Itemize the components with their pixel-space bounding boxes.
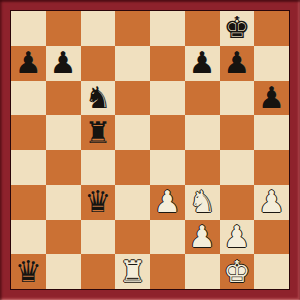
board-frame: ♚♟♟♟♟♞♟♜♛♟♞♟♟♟♛♜♚ — [0, 0, 300, 300]
square-a7[interactable]: ♟ — [11, 46, 46, 81]
square-h1[interactable] — [254, 254, 289, 289]
white-king-g1[interactable]: ♚ — [223, 255, 250, 289]
square-b1[interactable] — [46, 254, 81, 289]
square-b8[interactable] — [46, 11, 81, 46]
square-e1[interactable] — [150, 254, 185, 289]
square-b2[interactable] — [46, 220, 81, 255]
black-rook-c5[interactable]: ♜ — [84, 116, 111, 150]
square-a3[interactable] — [11, 185, 46, 220]
square-d3[interactable] — [115, 185, 150, 220]
square-a5[interactable] — [11, 115, 46, 150]
square-c8[interactable] — [81, 11, 116, 46]
square-h5[interactable] — [254, 115, 289, 150]
square-e8[interactable] — [150, 11, 185, 46]
square-e7[interactable] — [150, 46, 185, 81]
square-b3[interactable] — [46, 185, 81, 220]
square-h6[interactable]: ♟ — [254, 81, 289, 116]
square-c2[interactable] — [81, 220, 116, 255]
square-d6[interactable] — [115, 81, 150, 116]
square-g2[interactable]: ♟ — [220, 220, 255, 255]
black-pawn-b7[interactable]: ♟ — [50, 46, 77, 80]
square-f4[interactable] — [185, 150, 220, 185]
black-pawn-g7[interactable]: ♟ — [223, 46, 250, 80]
square-d7[interactable] — [115, 46, 150, 81]
square-f1[interactable] — [185, 254, 220, 289]
square-g1[interactable]: ♚ — [220, 254, 255, 289]
square-c6[interactable]: ♞ — [81, 81, 116, 116]
white-pawn-e3[interactable]: ♟ — [154, 185, 181, 219]
square-e2[interactable] — [150, 220, 185, 255]
square-e4[interactable] — [150, 150, 185, 185]
white-pawn-g2[interactable]: ♟ — [223, 220, 250, 254]
square-e6[interactable] — [150, 81, 185, 116]
square-h4[interactable] — [254, 150, 289, 185]
square-g5[interactable] — [220, 115, 255, 150]
square-b6[interactable] — [46, 81, 81, 116]
chess-board: ♚♟♟♟♟♞♟♜♛♟♞♟♟♟♛♜♚ — [11, 11, 289, 289]
square-f6[interactable] — [185, 81, 220, 116]
black-pawn-f7[interactable]: ♟ — [189, 46, 216, 80]
square-d8[interactable] — [115, 11, 150, 46]
white-knight-f3[interactable]: ♞ — [189, 185, 216, 219]
square-f8[interactable] — [185, 11, 220, 46]
square-e3[interactable]: ♟ — [150, 185, 185, 220]
black-queen-c3[interactable]: ♛ — [84, 185, 111, 219]
square-b7[interactable]: ♟ — [46, 46, 81, 81]
square-e5[interactable] — [150, 115, 185, 150]
black-king-g8[interactable]: ♚ — [223, 11, 250, 45]
square-d5[interactable] — [115, 115, 150, 150]
square-c3[interactable]: ♛ — [81, 185, 116, 220]
square-h3[interactable]: ♟ — [254, 185, 289, 220]
square-f3[interactable]: ♞ — [185, 185, 220, 220]
square-h2[interactable] — [254, 220, 289, 255]
square-g7[interactable]: ♟ — [220, 46, 255, 81]
white-rook-d1[interactable]: ♜ — [119, 255, 146, 289]
square-f7[interactable]: ♟ — [185, 46, 220, 81]
square-c4[interactable] — [81, 150, 116, 185]
square-h8[interactable] — [254, 11, 289, 46]
square-d2[interactable] — [115, 220, 150, 255]
square-b5[interactable] — [46, 115, 81, 150]
square-c5[interactable]: ♜ — [81, 115, 116, 150]
square-f5[interactable] — [185, 115, 220, 150]
square-a4[interactable] — [11, 150, 46, 185]
square-g3[interactable] — [220, 185, 255, 220]
square-c7[interactable] — [81, 46, 116, 81]
square-f2[interactable]: ♟ — [185, 220, 220, 255]
square-g6[interactable] — [220, 81, 255, 116]
square-a6[interactable] — [11, 81, 46, 116]
square-g4[interactable] — [220, 150, 255, 185]
square-a8[interactable] — [11, 11, 46, 46]
square-d4[interactable] — [115, 150, 150, 185]
black-pawn-h6[interactable]: ♟ — [258, 81, 285, 115]
square-a1[interactable]: ♛ — [11, 254, 46, 289]
square-c1[interactable] — [81, 254, 116, 289]
square-b4[interactable] — [46, 150, 81, 185]
white-pawn-f2[interactable]: ♟ — [189, 220, 216, 254]
white-pawn-h3[interactable]: ♟ — [258, 185, 285, 219]
square-g8[interactable]: ♚ — [220, 11, 255, 46]
square-h7[interactable] — [254, 46, 289, 81]
square-d1[interactable]: ♜ — [115, 254, 150, 289]
square-a2[interactable] — [11, 220, 46, 255]
black-queen-a1[interactable]: ♛ — [15, 255, 42, 289]
black-knight-c6[interactable]: ♞ — [84, 81, 111, 115]
black-pawn-a7[interactable]: ♟ — [15, 46, 42, 80]
